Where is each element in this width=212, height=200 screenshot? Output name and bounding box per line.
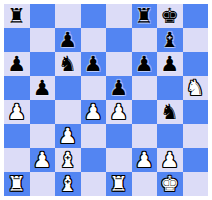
square-e7[interactable] — [106, 28, 132, 52]
square-g1[interactable]: ♚ — [157, 172, 183, 196]
piece-white-pawn-e4[interactable]: ♟ — [109, 100, 128, 124]
piece-black-rook-a8[interactable]: ♜ — [7, 4, 26, 28]
square-e4[interactable]: ♟ — [106, 100, 132, 124]
piece-white-pawn-d4[interactable]: ♟ — [84, 100, 103, 124]
piece-black-pawn-g6[interactable]: ♟ — [160, 52, 179, 76]
square-b3[interactable] — [30, 124, 56, 148]
square-g6[interactable]: ♟ — [157, 52, 183, 76]
piece-black-knight-c6[interactable]: ♞ — [58, 52, 77, 76]
piece-white-pawn-b2[interactable]: ♟ — [33, 148, 52, 172]
square-e5[interactable]: ♟ — [106, 76, 132, 100]
piece-black-pawn-c7[interactable]: ♟ — [58, 28, 77, 52]
square-h5[interactable]: ♞ — [183, 76, 209, 100]
square-f7[interactable] — [132, 28, 158, 52]
piece-white-king-g1[interactable]: ♚ — [160, 172, 179, 196]
piece-white-pawn-f2[interactable]: ♟ — [135, 148, 154, 172]
square-b8[interactable] — [30, 4, 56, 28]
square-d8[interactable] — [81, 4, 107, 28]
square-h1[interactable] — [183, 172, 209, 196]
square-e6[interactable] — [106, 52, 132, 76]
square-a3[interactable] — [4, 124, 30, 148]
piece-white-rook-e1[interactable]: ♜ — [109, 172, 128, 196]
piece-black-bishop-g7[interactable]: ♝ — [160, 28, 179, 52]
square-d5[interactable] — [81, 76, 107, 100]
square-c4[interactable] — [55, 100, 81, 124]
square-h6[interactable] — [183, 52, 209, 76]
square-a4[interactable]: ♟ — [4, 100, 30, 124]
square-b5[interactable]: ♟ — [30, 76, 56, 100]
square-b6[interactable] — [30, 52, 56, 76]
piece-black-pawn-a6[interactable]: ♟ — [7, 52, 26, 76]
piece-black-rook-f8[interactable]: ♜ — [135, 4, 154, 28]
square-g2[interactable]: ♟ — [157, 148, 183, 172]
square-h2[interactable] — [183, 148, 209, 172]
square-a7[interactable] — [4, 28, 30, 52]
piece-white-bishop-c1[interactable]: ♝ — [58, 172, 77, 196]
piece-white-rook-a1[interactable]: ♜ — [7, 172, 26, 196]
piece-white-pawn-a4[interactable]: ♟ — [7, 100, 26, 124]
square-d3[interactable] — [81, 124, 107, 148]
piece-black-pawn-d6[interactable]: ♟ — [84, 52, 103, 76]
piece-white-pawn-c3[interactable]: ♟ — [58, 124, 77, 148]
square-h3[interactable] — [183, 124, 209, 148]
piece-black-pawn-e5[interactable]: ♟ — [109, 76, 128, 100]
square-g8[interactable]: ♚ — [157, 4, 183, 28]
square-e8[interactable] — [106, 4, 132, 28]
piece-black-king-g8[interactable]: ♚ — [160, 4, 179, 28]
piece-black-knight-g4[interactable]: ♞ — [160, 100, 179, 124]
square-g5[interactable] — [157, 76, 183, 100]
square-d7[interactable] — [81, 28, 107, 52]
square-e3[interactable] — [106, 124, 132, 148]
square-b1[interactable] — [30, 172, 56, 196]
square-a1[interactable]: ♜ — [4, 172, 30, 196]
piece-black-pawn-b5[interactable]: ♟ — [33, 76, 52, 100]
piece-white-knight-h5[interactable]: ♞ — [186, 76, 205, 100]
square-e2[interactable] — [106, 148, 132, 172]
square-f4[interactable] — [132, 100, 158, 124]
square-e1[interactable]: ♜ — [106, 172, 132, 196]
square-g4[interactable]: ♞ — [157, 100, 183, 124]
square-c2[interactable]: ♝ — [55, 148, 81, 172]
square-d6[interactable]: ♟ — [81, 52, 107, 76]
piece-white-pawn-g2[interactable]: ♟ — [160, 148, 179, 172]
square-b2[interactable]: ♟ — [30, 148, 56, 172]
square-a6[interactable]: ♟ — [4, 52, 30, 76]
square-h4[interactable] — [183, 100, 209, 124]
square-f6[interactable]: ♟ — [132, 52, 158, 76]
square-a2[interactable] — [4, 148, 30, 172]
square-f3[interactable] — [132, 124, 158, 148]
square-h8[interactable] — [183, 4, 209, 28]
square-b4[interactable] — [30, 100, 56, 124]
square-a8[interactable]: ♜ — [4, 4, 30, 28]
square-d2[interactable] — [81, 148, 107, 172]
square-c8[interactable] — [55, 4, 81, 28]
square-c3[interactable]: ♟ — [55, 124, 81, 148]
square-c1[interactable]: ♝ — [55, 172, 81, 196]
piece-black-pawn-f6[interactable]: ♟ — [135, 52, 154, 76]
square-c7[interactable]: ♟ — [55, 28, 81, 52]
square-f2[interactable]: ♟ — [132, 148, 158, 172]
square-c6[interactable]: ♞ — [55, 52, 81, 76]
board-frame: ♜♜♚♟♝♟♞♟♟♟♟♟♞♟♟♟♞♟♟♝♟♟♜♝♜♚ — [0, 0, 212, 200]
square-c5[interactable] — [55, 76, 81, 100]
square-b7[interactable] — [30, 28, 56, 52]
square-f1[interactable] — [132, 172, 158, 196]
square-a5[interactable] — [4, 76, 30, 100]
square-f5[interactable] — [132, 76, 158, 100]
square-d1[interactable] — [81, 172, 107, 196]
square-d4[interactable]: ♟ — [81, 100, 107, 124]
piece-white-bishop-c2[interactable]: ♝ — [58, 148, 77, 172]
square-h7[interactable] — [183, 28, 209, 52]
square-f8[interactable]: ♜ — [132, 4, 158, 28]
chess-board: ♜♜♚♟♝♟♞♟♟♟♟♟♞♟♟♟♞♟♟♝♟♟♜♝♜♚ — [4, 4, 208, 196]
square-g3[interactable] — [157, 124, 183, 148]
square-g7[interactable]: ♝ — [157, 28, 183, 52]
